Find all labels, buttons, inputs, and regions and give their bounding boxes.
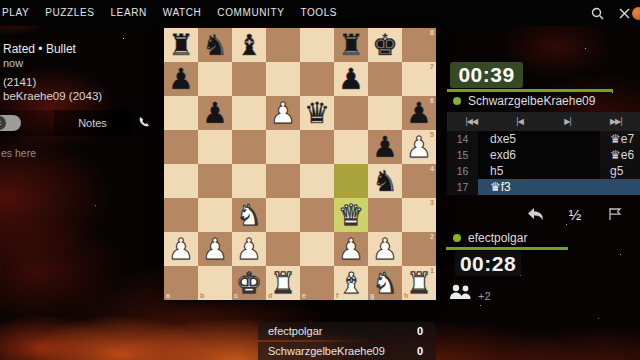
black-knight-g4: ♞ bbox=[372, 164, 398, 198]
game-info-panel: Rated • Bullet now (2141) beKraehe09 (20… bbox=[3, 42, 102, 103]
file-label-c: c bbox=[234, 292, 238, 299]
rank-label-1: 1 bbox=[430, 267, 434, 274]
rank-label-8: 8 bbox=[430, 29, 434, 36]
white-bishop-f1: ♝ bbox=[338, 266, 364, 300]
black-move-16[interactable]: g5 bbox=[600, 163, 640, 179]
file-label-b: b bbox=[200, 292, 204, 299]
rank-label-6: 6 bbox=[430, 97, 434, 104]
square-g6[interactable] bbox=[368, 96, 402, 130]
square-e6[interactable]: ♛ bbox=[300, 96, 334, 130]
white-move-15[interactable]: exd6 bbox=[478, 147, 600, 163]
file-label-d: d bbox=[268, 292, 272, 299]
rank-label-4: 4 bbox=[430, 165, 434, 172]
black-rook-a8: ♜ bbox=[168, 28, 194, 62]
square-a6[interactable] bbox=[164, 96, 198, 130]
square-b3[interactable] bbox=[198, 198, 232, 232]
score-row-efectpolgar: efectpolgar0 bbox=[258, 322, 436, 340]
square-h2[interactable]: 2 bbox=[402, 232, 436, 266]
white-move-17[interactable]: ♛f3 bbox=[478, 179, 600, 195]
nav-item-tools[interactable]: TOOLS bbox=[292, 0, 345, 26]
square-f4[interactable] bbox=[334, 164, 368, 198]
square-h4[interactable]: 4 bbox=[402, 164, 436, 198]
square-b1[interactable]: b bbox=[198, 266, 232, 300]
square-e5[interactable] bbox=[300, 130, 334, 164]
file-label-e: e bbox=[302, 292, 306, 299]
white-knight-g1: ♞ bbox=[372, 266, 398, 300]
square-c5[interactable] bbox=[232, 130, 266, 164]
game-type-label: Rated • Bullet bbox=[3, 42, 102, 56]
square-b8[interactable]: ♞ bbox=[198, 28, 232, 62]
black-rook-f8: ♜ bbox=[338, 28, 364, 62]
rank-label-2: 2 bbox=[430, 233, 434, 240]
search-icon[interactable] bbox=[591, 7, 604, 20]
black-knight-b8: ♞ bbox=[202, 28, 228, 62]
top-player-clock: 00:39 bbox=[450, 62, 523, 88]
main-menu: PLAYPUZZLESLEARNWATCHCOMMUNITYTOOLS bbox=[0, 0, 345, 26]
move-number: 16 bbox=[447, 163, 478, 179]
nav-item-community[interactable]: COMMUNITY bbox=[209, 0, 292, 26]
square-c4[interactable] bbox=[232, 164, 266, 198]
score-player-name: SchwarzgelbeKraehe09 bbox=[268, 345, 385, 357]
square-c7[interactable] bbox=[232, 62, 266, 96]
move-number: 14 bbox=[447, 131, 478, 147]
first-move-button[interactable]: |◀◀ bbox=[447, 112, 495, 131]
square-f5[interactable] bbox=[334, 130, 368, 164]
move-row-17: 17♛f3 bbox=[447, 179, 640, 195]
black-pawn-g5: ♟ bbox=[372, 130, 398, 164]
square-h3[interactable]: 3 bbox=[402, 198, 436, 232]
white-pawn-f2: ♟ bbox=[338, 232, 364, 266]
bottom-player-name[interactable]: efectpolgar bbox=[468, 231, 527, 245]
white-player-rating: (2141) bbox=[3, 75, 102, 89]
square-d6[interactable]: ♟ bbox=[266, 96, 300, 130]
square-g8[interactable]: ♚ bbox=[368, 28, 402, 62]
square-e4[interactable] bbox=[300, 164, 334, 198]
square-c3[interactable]: ♞ bbox=[232, 198, 266, 232]
square-f7[interactable]: ♟ bbox=[334, 62, 368, 96]
white-queen-f3: ♛ bbox=[338, 198, 364, 232]
square-b7[interactable] bbox=[198, 62, 232, 96]
square-c6[interactable] bbox=[232, 96, 266, 130]
square-f3[interactable]: ♛ bbox=[334, 198, 368, 232]
score-overlay: efectpolgar0SchwarzgelbeKraehe090 bbox=[258, 322, 436, 360]
score-value: 0 bbox=[417, 345, 423, 357]
game-controls: ½ bbox=[447, 203, 640, 225]
black-pawn-f7: ♟ bbox=[338, 62, 364, 96]
chat-panel: x Notes es here bbox=[0, 110, 156, 136]
square-h6[interactable]: ♟6 bbox=[402, 96, 436, 130]
black-pawn-b6: ♟ bbox=[202, 96, 228, 130]
square-f1[interactable]: ♝f bbox=[334, 266, 368, 300]
white-rook-h1: ♜ bbox=[406, 266, 432, 300]
black-king-g8: ♚ bbox=[372, 28, 398, 62]
white-pawn-c2: ♟ bbox=[236, 232, 262, 266]
square-c1[interactable]: ♚c bbox=[232, 266, 266, 300]
rank-label-3: 3 bbox=[430, 199, 434, 206]
file-label-g: g bbox=[370, 292, 374, 299]
chat-toggle-off-icon: x bbox=[0, 116, 6, 130]
top-player-bar bbox=[447, 89, 613, 92]
player-rating-lines: (2141) beKraehe09 (2043) bbox=[3, 75, 102, 103]
black-player-rating: beKraehe09 (2043) bbox=[3, 89, 102, 103]
file-label-f: f bbox=[336, 292, 338, 299]
nav-item-play[interactable]: PLAY bbox=[0, 0, 37, 26]
square-h5[interactable]: ♟5 bbox=[402, 130, 436, 164]
white-move-14[interactable]: dxe5 bbox=[478, 131, 600, 147]
square-h1[interactable]: ♜1h bbox=[402, 266, 436, 300]
chat-toggle[interactable]: x bbox=[0, 115, 21, 131]
move-row-14: 14dxe5♛e7 bbox=[447, 131, 640, 147]
black-move-14[interactable]: ♛e7 bbox=[600, 131, 640, 147]
black-pawn-a7: ♟ bbox=[168, 62, 194, 96]
white-rook-d1: ♜ bbox=[270, 266, 296, 300]
notes-placeholder: es here bbox=[1, 147, 36, 159]
square-d3[interactable] bbox=[266, 198, 300, 232]
square-e1[interactable]: e bbox=[300, 266, 334, 300]
square-d2[interactable] bbox=[266, 232, 300, 266]
notification-icon[interactable] bbox=[632, 7, 640, 20]
move-number: 15 bbox=[447, 147, 478, 163]
score-value: 0 bbox=[417, 325, 423, 337]
last-move-button[interactable]: ▶▶| bbox=[592, 112, 640, 131]
square-b5[interactable] bbox=[198, 130, 232, 164]
nav-item-watch[interactable]: WATCH bbox=[155, 0, 210, 26]
nav-item-learn[interactable]: LEARN bbox=[102, 0, 154, 26]
square-e2[interactable] bbox=[300, 232, 334, 266]
white-pawn-a2: ♟ bbox=[168, 232, 194, 266]
white-knight-c3: ♞ bbox=[236, 198, 262, 232]
bottom-player-bar bbox=[446, 247, 568, 250]
score-row-SchwarzgelbeKraehe09: SchwarzgelbeKraehe090 bbox=[258, 342, 436, 360]
tab-notes[interactable]: Notes bbox=[54, 110, 131, 136]
rank-label-7: 7 bbox=[430, 63, 434, 70]
score-player-name: efectpolgar bbox=[268, 325, 322, 337]
white-king-c1: ♚ bbox=[236, 266, 262, 300]
square-e3[interactable] bbox=[300, 198, 334, 232]
square-g2[interactable]: ♟ bbox=[368, 232, 402, 266]
rank-label-5: 5 bbox=[430, 131, 434, 138]
square-d1[interactable]: ♜d bbox=[266, 266, 300, 300]
square-b2[interactable]: ♟ bbox=[198, 232, 232, 266]
square-c2[interactable]: ♟ bbox=[232, 232, 266, 266]
white-pawn-b2: ♟ bbox=[202, 232, 228, 266]
black-move-17 bbox=[600, 179, 640, 195]
square-b6[interactable]: ♟ bbox=[198, 96, 232, 130]
square-d7[interactable] bbox=[266, 62, 300, 96]
square-a5[interactable] bbox=[164, 130, 198, 164]
square-a2[interactable]: ♟ bbox=[164, 232, 198, 266]
square-a3[interactable] bbox=[164, 198, 198, 232]
black-move-15[interactable]: ♛e6 bbox=[600, 147, 640, 163]
square-e8[interactable] bbox=[300, 28, 334, 62]
white-pawn-g2: ♟ bbox=[372, 232, 398, 266]
chess-board: ♜♞♝♜♚8♟♟7♟♟♛♟6♟♟5♞4♞♛3♟♟♟♟♟2ab♚c♜de♝f♞g♜… bbox=[164, 28, 436, 300]
square-d4[interactable] bbox=[266, 164, 300, 198]
square-a1[interactable]: a bbox=[164, 266, 198, 300]
resign-flag-icon[interactable] bbox=[605, 203, 625, 225]
phone-icon[interactable] bbox=[131, 110, 156, 136]
square-c8[interactable]: ♝ bbox=[232, 28, 266, 62]
square-a7[interactable]: ♟ bbox=[164, 62, 198, 96]
offer-draw-button[interactable]: ½ bbox=[565, 203, 585, 225]
square-g4[interactable]: ♞ bbox=[368, 164, 402, 198]
top-nav-bar: PLAYPUZZLESLEARNWATCHCOMMUNITYTOOLS bbox=[0, 0, 640, 26]
move-list: 14dxe5♛e715exd6♛e616h5g517♛f3 bbox=[447, 131, 640, 195]
square-h8[interactable]: 8 bbox=[402, 28, 436, 62]
file-label-h: h bbox=[404, 292, 408, 299]
online-dot bbox=[453, 234, 461, 242]
white-pawn-h5: ♟ bbox=[406, 130, 432, 164]
square-g3[interactable] bbox=[368, 198, 402, 232]
square-f8[interactable]: ♜ bbox=[334, 28, 368, 62]
spectators-icon bbox=[449, 284, 473, 303]
move-nav-bar: |◀◀|◀▶|▶▶| bbox=[447, 112, 640, 131]
square-h7[interactable]: 7 bbox=[402, 62, 436, 96]
black-queen-e6: ♛ bbox=[304, 96, 330, 130]
square-d8[interactable] bbox=[266, 28, 300, 62]
online-dot bbox=[453, 97, 461, 105]
top-player-name[interactable]: SchwarzgelbeKraehe09 bbox=[468, 94, 595, 108]
square-g1[interactable]: ♞g bbox=[368, 266, 402, 300]
file-label-a: a bbox=[166, 292, 170, 299]
bottom-player-clock: 00:28 bbox=[455, 251, 521, 276]
app-window: PLAYPUZZLESLEARNWATCHCOMMUNITYTOOLS Rate… bbox=[0, 0, 640, 360]
move-row-16: 16h5g5 bbox=[447, 163, 640, 179]
square-b4[interactable] bbox=[198, 164, 232, 198]
square-g7[interactable] bbox=[368, 62, 402, 96]
square-a8[interactable]: ♜ bbox=[164, 28, 198, 62]
square-f6[interactable] bbox=[334, 96, 368, 130]
prev-move-button[interactable]: |◀ bbox=[495, 112, 543, 131]
square-a4[interactable] bbox=[164, 164, 198, 198]
nav-item-puzzles[interactable]: PUZZLES bbox=[37, 0, 102, 26]
square-g5[interactable]: ♟ bbox=[368, 130, 402, 164]
white-move-16[interactable]: h5 bbox=[478, 163, 600, 179]
game-time-label: now bbox=[3, 56, 102, 70]
move-number: 17 bbox=[447, 179, 478, 195]
move-row-15: 15exd6♛e6 bbox=[447, 147, 640, 163]
takeback-icon[interactable] bbox=[523, 203, 547, 225]
close-icon[interactable] bbox=[619, 8, 630, 19]
black-bishop-c8: ♝ bbox=[236, 28, 262, 62]
square-f2[interactable]: ♟ bbox=[334, 232, 368, 266]
white-pawn-d6: ♟ bbox=[270, 96, 296, 130]
spectator-count: +2 bbox=[478, 290, 491, 303]
square-e7[interactable] bbox=[300, 62, 334, 96]
black-pawn-h6: ♟ bbox=[406, 96, 432, 130]
next-move-button[interactable]: ▶| bbox=[544, 112, 592, 131]
square-d5[interactable] bbox=[266, 130, 300, 164]
